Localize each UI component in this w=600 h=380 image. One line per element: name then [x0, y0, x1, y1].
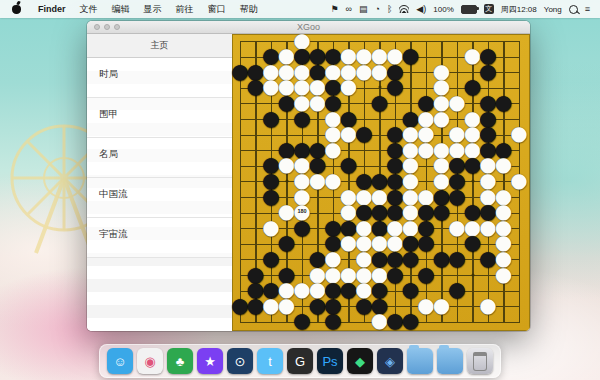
dock-icon-dark-blue-app[interactable]: ◈ [377, 348, 403, 374]
stone-black: ● [387, 267, 403, 283]
stone-black: ● [232, 298, 248, 314]
stone-white: ● [434, 298, 450, 314]
dock-icon-folder-2[interactable] [437, 348, 463, 374]
go-board[interactable]: ●●●●●●●●●●●●●●●●●●●●●●●●●●●●●●●●●●●●●●●●… [232, 34, 530, 331]
stone-black: ● [434, 204, 450, 220]
stone-black: ● [496, 95, 512, 111]
battery-icon[interactable] [461, 5, 477, 14]
dock-icon-safari[interactable]: ⊙ [227, 348, 253, 374]
stone-black: ● [372, 95, 388, 111]
menu-item-5[interactable]: 帮助 [240, 3, 258, 16]
stone-white: ● [418, 298, 434, 314]
stone-white: ● [372, 64, 388, 80]
stone-black: ● [232, 64, 248, 80]
dock-icon-finder[interactable]: ☺ [107, 348, 133, 374]
stone-black: ● [294, 220, 310, 236]
dock-icon-photoshop[interactable]: Ps [317, 348, 343, 374]
stone-black: ● [387, 79, 403, 95]
wifi-icon[interactable] [399, 5, 409, 13]
stone-white: ● [294, 282, 310, 298]
stone-black: ● [263, 251, 279, 267]
accessibility-icon[interactable]: ∞ [346, 5, 352, 14]
menu-item-app[interactable]: Finder [38, 4, 66, 14]
menu-item-1[interactable]: 编辑 [112, 3, 130, 16]
close-button[interactable] [94, 24, 100, 30]
menu-bar: Finder 文件编辑显示前往窗口帮助 ⚑ ∞ ▤ ◔ ᛒ ◀) 100% 文 … [0, 0, 600, 18]
stone-white: ● [356, 64, 372, 80]
keyboard-icon[interactable]: ▤ [359, 5, 368, 14]
sidebar-header: 主页 [87, 34, 232, 58]
hoshi-point [471, 273, 474, 276]
user-name[interactable]: Yong [544, 5, 562, 14]
dock-icon-star-app[interactable]: ★ [197, 348, 223, 374]
stone-white: ● [465, 48, 481, 64]
stone-white: ● [341, 235, 357, 251]
zoom-button[interactable] [114, 24, 120, 30]
dock-icon-g-app[interactable]: G [287, 348, 313, 374]
stone-black: ● [465, 235, 481, 251]
stone-black: ● [341, 157, 357, 173]
stone-white: ● [496, 157, 512, 173]
stone-black: ● [465, 79, 481, 95]
stone-black: ● [294, 313, 310, 329]
stone-black: ● [310, 298, 326, 314]
sidebar-item-3[interactable]: 中国流 [87, 178, 232, 218]
dock-icon-folder-1[interactable] [407, 348, 433, 374]
stone-white: ● [263, 298, 279, 314]
menu-clock[interactable]: 周四12:08 [501, 4, 537, 15]
stone-black: ● [279, 235, 295, 251]
stone-black: ● [248, 298, 264, 314]
sidebar-list: 时局围甲名局中国流宇宙流 [87, 58, 232, 331]
sidebar-item-2[interactable]: 名局 [87, 138, 232, 178]
dock-icon-photos[interactable]: ◉ [137, 348, 163, 374]
stone-white: ● [511, 173, 527, 189]
stone-white: ● [341, 79, 357, 95]
stone-white: ● [449, 220, 465, 236]
stone-white: ● [434, 111, 450, 127]
stone-white: ● [341, 126, 357, 142]
stone-white: ● [496, 267, 512, 283]
board-grid: ●●●●●●●●●●●●●●●●●●●●●●●●●●●●●●●●●●●●●●●●… [240, 41, 520, 323]
stone-black: ● [434, 251, 450, 267]
volume-icon[interactable]: ◀) [416, 5, 426, 14]
stone-white: ● [279, 204, 295, 220]
stone-black: ● [418, 235, 434, 251]
stone-black: ● [356, 126, 372, 142]
stone-black: ● [341, 282, 357, 298]
hoshi-point [285, 179, 288, 182]
stone-white: ● [310, 95, 326, 111]
menu-item-0[interactable]: 文件 [80, 3, 98, 16]
stone-white: ● [279, 157, 295, 173]
stone-black: ● [465, 157, 481, 173]
minimize-button[interactable] [104, 24, 110, 30]
apple-menu-icon[interactable] [12, 5, 21, 14]
stone-white: ● [325, 142, 341, 158]
hoshi-point [471, 179, 474, 182]
dock: ☺◉♣★⊙tGPs◆◈ [99, 344, 501, 378]
stone-white: ● [279, 298, 295, 314]
battery-percent: 100% [433, 5, 453, 14]
stone-white: ● [325, 173, 341, 189]
stone-black: ● [418, 267, 434, 283]
bluetooth-icon[interactable]: ᛒ [387, 5, 392, 14]
sidebar-item-0[interactable]: 时局 [87, 58, 232, 98]
stone-white: ● [263, 220, 279, 236]
stone-white: ● [263, 79, 279, 95]
stone-white: ● [418, 142, 434, 158]
stone-white: ● [310, 173, 326, 189]
stone-black: ● [403, 282, 419, 298]
stone-white: ● [480, 298, 496, 314]
stone-white: ● [511, 126, 527, 142]
spotlight-search-icon[interactable] [569, 5, 578, 14]
dock-icon-code-app[interactable]: ◆ [347, 348, 373, 374]
stone-black: ● [403, 251, 419, 267]
flag-icon[interactable]: ⚑ [331, 5, 339, 14]
stone-black: ● [387, 313, 403, 329]
sidebar-item-1[interactable]: 围甲 [87, 98, 232, 138]
stone-black: ● [263, 111, 279, 127]
input-method-icon[interactable]: 文 [484, 4, 494, 14]
dock-icon-twitter[interactable]: t [257, 348, 283, 374]
sidebar: 主页 时局围甲名局中国流宇宙流 [87, 34, 233, 331]
stone-black: ● [263, 189, 279, 205]
stone-black: ● [449, 189, 465, 205]
stone-white: ● [449, 95, 465, 111]
xgoo-window: XGoo 主页 时局围甲名局中国流宇宙流 ●●●●●●●●●●●●●●●●●●●… [87, 21, 530, 331]
stone-black: ● [403, 48, 419, 64]
stone-black: ● [449, 282, 465, 298]
stone-black: ● [248, 79, 264, 95]
stone-black: ● [403, 313, 419, 329]
stone-black: ● [294, 111, 310, 127]
sidebar-item-4[interactable]: 宇宙流 [87, 218, 232, 258]
stone-black: ● [480, 64, 496, 80]
dock-icon-travel-app[interactable]: ♣ [167, 348, 193, 374]
status-area: ⚑ ∞ ▤ ◔ ᛒ ◀) 100% 文 周四12:08 Yong ≡ [331, 4, 600, 15]
stone-black: ● [279, 95, 295, 111]
stone-black: ● [325, 313, 341, 329]
dock-icon-trash[interactable] [467, 348, 493, 374]
stone-white: ● [372, 313, 388, 329]
hoshi-point [378, 86, 381, 89]
menu-item-3[interactable]: 前往 [176, 3, 194, 16]
menu-item-4[interactable]: 窗口 [208, 3, 226, 16]
stone-white: ● [480, 220, 496, 236]
notification-center-icon[interactable]: ≡ [585, 5, 590, 14]
stone-black: ● [356, 298, 372, 314]
stone-black: ● [449, 251, 465, 267]
menu-item-2[interactable]: 显示 [144, 3, 162, 16]
stone-black: ● [480, 251, 496, 267]
timemachine-icon[interactable]: ◔ [375, 5, 380, 14]
